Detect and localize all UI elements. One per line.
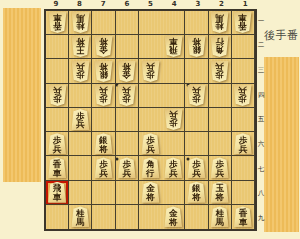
piece-sente-knight[interactable]: 桂馬 bbox=[210, 206, 229, 227]
piece-face: 歩兵 bbox=[164, 157, 183, 178]
square-29[interactable]: 桂馬 bbox=[209, 205, 232, 229]
piece-kanji-bottom: 将 bbox=[169, 218, 178, 227]
piece-kanji-bottom: 兵 bbox=[146, 145, 155, 154]
piece-face: 歩兵 bbox=[233, 85, 252, 106]
piece-kanji-bottom: 将 bbox=[192, 37, 201, 46]
piece-kanji-bottom: 馬 bbox=[215, 13, 224, 22]
gote-piece-stand[interactable] bbox=[3, 8, 41, 182]
piece-kanji-bottom: 兵 bbox=[53, 145, 62, 154]
square-75[interactable] bbox=[92, 108, 115, 132]
piece-kanji-top: 桂 bbox=[76, 22, 85, 31]
square-88[interactable] bbox=[69, 181, 92, 205]
piece-kanji-bottom: 兵 bbox=[123, 86, 132, 95]
sente-piece-stand[interactable] bbox=[264, 57, 299, 232]
square-51[interactable] bbox=[139, 11, 162, 35]
square-68[interactable] bbox=[116, 181, 139, 205]
piece-face: 歩兵 bbox=[233, 133, 252, 154]
piece-kanji-top: 飛 bbox=[169, 46, 178, 55]
piece-kanji-bottom: 将 bbox=[123, 61, 132, 70]
square-12[interactable] bbox=[232, 35, 255, 59]
square-62[interactable] bbox=[116, 35, 139, 59]
square-82[interactable]: 王将 bbox=[69, 35, 92, 59]
piece-face: 歩兵 bbox=[210, 61, 229, 82]
piece-face: 歩兵 bbox=[141, 133, 160, 154]
square-25[interactable] bbox=[209, 108, 232, 132]
piece-face: 歩兵 bbox=[117, 157, 136, 178]
square-89[interactable]: 桂馬 bbox=[69, 205, 92, 229]
piece-sente-pawn[interactable]: 歩兵 bbox=[94, 157, 113, 178]
square-76[interactable]: 銀将 bbox=[92, 132, 115, 156]
square-55[interactable] bbox=[139, 108, 162, 132]
piece-sente-pawn[interactable]: 歩兵 bbox=[164, 157, 183, 178]
square-93[interactable] bbox=[46, 59, 69, 83]
piece-gote-knight[interactable]: 桂馬 bbox=[71, 12, 90, 33]
piece-sente-lance[interactable]: 香車 bbox=[48, 157, 67, 178]
piece-face: 金将 bbox=[141, 182, 160, 203]
piece-face: 歩兵 bbox=[48, 133, 67, 154]
square-95[interactable] bbox=[46, 108, 69, 132]
piece-kanji-bottom: 馬 bbox=[215, 218, 224, 227]
piece-kanji-bottom: 車 bbox=[53, 193, 62, 202]
square-84[interactable] bbox=[69, 84, 92, 108]
square-19[interactable]: 香車 bbox=[232, 205, 255, 229]
piece-kanji-bottom: 車 bbox=[53, 169, 62, 178]
piece-sente-pawn[interactable]: 歩兵 bbox=[117, 157, 136, 178]
square-15[interactable] bbox=[232, 108, 255, 132]
piece-sente-knight[interactable]: 桂馬 bbox=[71, 206, 90, 227]
piece-gote-pawn[interactable]: 歩兵 bbox=[210, 61, 229, 82]
piece-face: 銀将 bbox=[187, 182, 206, 203]
rank-label-9: 九 bbox=[258, 206, 265, 231]
square-79[interactable] bbox=[92, 205, 115, 229]
piece-gote-pawn[interactable]: 歩兵 bbox=[187, 85, 206, 106]
piece-sente-rook[interactable]: 飛車 bbox=[48, 182, 67, 203]
square-35[interactable] bbox=[185, 108, 208, 132]
piece-kanji-bottom: 車 bbox=[239, 13, 248, 22]
square-32[interactable]: 銀将 bbox=[185, 35, 208, 59]
square-24[interactable] bbox=[209, 84, 232, 108]
piece-gote-lance[interactable]: 香車 bbox=[233, 12, 252, 33]
square-69[interactable] bbox=[116, 205, 139, 229]
square-97[interactable]: 香車 bbox=[46, 156, 69, 180]
square-45[interactable]: 歩兵 bbox=[162, 108, 185, 132]
square-58[interactable]: 金将 bbox=[139, 181, 162, 205]
square-57[interactable]: 角行 bbox=[139, 156, 162, 180]
piece-face: 角行 bbox=[210, 36, 229, 57]
square-33[interactable] bbox=[185, 59, 208, 83]
piece-kanji-bottom: 兵 bbox=[192, 86, 201, 95]
square-78[interactable] bbox=[92, 181, 115, 205]
rank-labels: 一二三四五六七八九 bbox=[258, 9, 265, 231]
piece-face: 歩兵 bbox=[94, 157, 113, 178]
piece-sente-silver[interactable]: 銀将 bbox=[187, 182, 206, 203]
piece-kanji-top: 桂 bbox=[215, 22, 224, 31]
piece-face: 金将 bbox=[164, 206, 183, 227]
rank-label-6: 六 bbox=[258, 132, 265, 157]
square-98[interactable]: 飛車 bbox=[46, 181, 69, 205]
square-64[interactable]: 歩兵 bbox=[116, 84, 139, 108]
piece-sente-pawn[interactable]: 歩兵 bbox=[141, 133, 160, 154]
piece-gote-pawn[interactable]: 歩兵 bbox=[117, 85, 136, 106]
piece-kanji-bottom: 兵 bbox=[99, 169, 108, 178]
piece-gote-rook[interactable]: 飛車 bbox=[164, 36, 183, 57]
piece-face: 桂馬 bbox=[71, 12, 90, 33]
file-label-7: 7 bbox=[91, 0, 115, 9]
square-26[interactable] bbox=[209, 132, 232, 156]
square-92[interactable] bbox=[46, 35, 69, 59]
piece-kanji-bottom: 兵 bbox=[239, 86, 248, 95]
square-66[interactable] bbox=[116, 132, 139, 156]
square-31[interactable] bbox=[185, 11, 208, 35]
piece-sente-silver[interactable]: 銀将 bbox=[94, 133, 113, 154]
piece-gote-pawn[interactable]: 歩兵 bbox=[233, 85, 252, 106]
rank-label-7: 七 bbox=[258, 157, 265, 182]
piece-sente-pawn[interactable]: 歩兵 bbox=[71, 109, 90, 130]
piece-face: 歩兵 bbox=[210, 157, 229, 178]
piece-sente-pawn[interactable]: 歩兵 bbox=[48, 133, 67, 154]
piece-kanji-bottom: 兵 bbox=[192, 169, 201, 178]
file-label-8: 8 bbox=[68, 0, 92, 9]
piece-gote-knight[interactable]: 桂馬 bbox=[210, 12, 229, 33]
piece-gote-silver[interactable]: 銀将 bbox=[94, 61, 113, 82]
square-28[interactable]: 玉将 bbox=[209, 181, 232, 205]
piece-sente-king[interactable]: 玉将 bbox=[210, 182, 229, 203]
piece-kanji-bottom: 将 bbox=[99, 145, 108, 154]
piece-face: 歩兵 bbox=[117, 85, 136, 106]
square-94[interactable]: 歩兵 bbox=[46, 84, 69, 108]
file-labels: 987654321 bbox=[44, 0, 257, 9]
file-label-3: 3 bbox=[186, 0, 210, 9]
piece-kanji-top: 歩 bbox=[99, 94, 108, 103]
rank-label-8: 八 bbox=[258, 182, 265, 207]
piece-face: 金将 bbox=[94, 36, 113, 57]
piece-face: 香車 bbox=[48, 12, 67, 33]
square-56[interactable]: 歩兵 bbox=[139, 132, 162, 156]
shogi-board: 香車桂馬桂馬香車王将金将飛車銀将角行歩兵銀将金将歩兵歩兵歩兵歩兵歩兵歩兵歩兵歩兵… bbox=[44, 9, 257, 231]
rank-label-4: 四 bbox=[258, 83, 265, 108]
square-18[interactable] bbox=[232, 181, 255, 205]
piece-gote-gold[interactable]: 金将 bbox=[94, 36, 113, 57]
piece-face: 香車 bbox=[233, 12, 252, 33]
piece-face: 歩兵 bbox=[48, 85, 67, 106]
file-label-6: 6 bbox=[115, 0, 139, 9]
piece-kanji-top: 香 bbox=[239, 22, 248, 31]
piece-kanji-bottom: 馬 bbox=[76, 13, 85, 22]
square-36[interactable] bbox=[185, 132, 208, 156]
piece-face: 歩兵 bbox=[187, 157, 206, 178]
square-61[interactable] bbox=[116, 11, 139, 35]
square-85[interactable]: 歩兵 bbox=[69, 108, 92, 132]
file-label-5: 5 bbox=[139, 0, 163, 9]
piece-face: 角行 bbox=[141, 157, 160, 178]
piece-sente-gold[interactable]: 金将 bbox=[164, 206, 183, 227]
piece-face: 歩兵 bbox=[141, 61, 160, 82]
square-39[interactable] bbox=[185, 205, 208, 229]
square-87[interactable] bbox=[69, 156, 92, 180]
rank-label-2: 二 bbox=[258, 34, 265, 59]
piece-kanji-bottom: 兵 bbox=[99, 86, 108, 95]
square-67[interactable]: 歩兵 bbox=[116, 156, 139, 180]
square-22[interactable]: 角行 bbox=[209, 35, 232, 59]
piece-gote-lance[interactable]: 香車 bbox=[48, 12, 67, 33]
square-65[interactable] bbox=[116, 108, 139, 132]
square-38[interactable]: 銀将 bbox=[185, 181, 208, 205]
square-81[interactable]: 桂馬 bbox=[69, 11, 92, 35]
piece-kanji-bottom: 将 bbox=[192, 193, 201, 202]
piece-face: 歩兵 bbox=[71, 109, 90, 130]
piece-gote-pawn[interactable]: 歩兵 bbox=[48, 85, 67, 106]
piece-face: 桂馬 bbox=[210, 12, 229, 33]
square-41[interactable] bbox=[162, 11, 185, 35]
square-49[interactable]: 金将 bbox=[162, 205, 185, 229]
piece-kanji-bottom: 兵 bbox=[76, 120, 85, 129]
piece-sente-gold[interactable]: 金将 bbox=[141, 182, 160, 203]
square-53[interactable]: 歩兵 bbox=[139, 59, 162, 83]
square-83[interactable]: 歩兵 bbox=[69, 59, 92, 83]
square-13[interactable] bbox=[232, 59, 255, 83]
square-63[interactable]: 金将 bbox=[116, 59, 139, 83]
piece-kanji-bottom: 行 bbox=[215, 37, 224, 46]
square-71[interactable] bbox=[92, 11, 115, 35]
piece-kanji-bottom: 馬 bbox=[76, 218, 85, 227]
piece-kanji-bottom: 兵 bbox=[169, 110, 178, 119]
piece-face: 銀将 bbox=[94, 133, 113, 154]
piece-face: 桂馬 bbox=[71, 206, 90, 227]
piece-kanji-bottom: 車 bbox=[239, 218, 248, 227]
rank-label-5: 五 bbox=[258, 108, 265, 133]
square-96[interactable]: 歩兵 bbox=[46, 132, 69, 156]
piece-face: 歩兵 bbox=[71, 61, 90, 82]
piece-kanji-bottom: 将 bbox=[99, 61, 108, 70]
piece-kanji-bottom: 行 bbox=[146, 169, 155, 178]
piece-kanji-bottom: 兵 bbox=[53, 86, 62, 95]
piece-kanji-bottom: 兵 bbox=[123, 169, 132, 178]
square-46[interactable] bbox=[162, 132, 185, 156]
piece-kanji-bottom: 将 bbox=[215, 193, 224, 202]
square-14[interactable]: 歩兵 bbox=[232, 84, 255, 108]
square-23[interactable]: 歩兵 bbox=[209, 59, 232, 83]
rank-label-3: 三 bbox=[258, 58, 265, 83]
piece-gote-pawn[interactable]: 歩兵 bbox=[71, 61, 90, 82]
piece-face: 歩兵 bbox=[187, 85, 206, 106]
piece-face: 香車 bbox=[48, 157, 67, 178]
square-74[interactable]: 歩兵 bbox=[92, 84, 115, 108]
piece-kanji-top: 王 bbox=[76, 46, 85, 55]
piece-face: 香車 bbox=[233, 206, 252, 227]
piece-kanji-top: 歩 bbox=[123, 94, 132, 103]
piece-gote-king[interactable]: 王将 bbox=[71, 36, 90, 57]
piece-kanji-bottom: 車 bbox=[169, 37, 178, 46]
square-11[interactable]: 香車 bbox=[232, 11, 255, 35]
piece-kanji-bottom: 兵 bbox=[239, 145, 248, 154]
square-43[interactable] bbox=[162, 59, 185, 83]
piece-kanji-bottom: 兵 bbox=[146, 61, 155, 70]
piece-face: 歩兵 bbox=[164, 109, 183, 130]
piece-kanji-bottom: 将 bbox=[76, 37, 85, 46]
piece-kanji-top: 歩 bbox=[239, 94, 248, 103]
piece-gote-pawn[interactable]: 歩兵 bbox=[141, 61, 160, 82]
piece-face: 飛車 bbox=[164, 36, 183, 57]
square-59[interactable] bbox=[139, 205, 162, 229]
square-77[interactable]: 歩兵 bbox=[92, 156, 115, 180]
file-label-2: 2 bbox=[210, 0, 234, 9]
piece-kanji-bottom: 兵 bbox=[215, 61, 224, 70]
piece-sente-lance[interactable]: 香車 bbox=[233, 206, 252, 227]
square-17[interactable] bbox=[232, 156, 255, 180]
piece-face: 桂馬 bbox=[210, 206, 229, 227]
square-37[interactable]: 歩兵 bbox=[185, 156, 208, 180]
piece-face: 飛車 bbox=[48, 182, 67, 203]
piece-face: 王将 bbox=[71, 36, 90, 57]
square-91[interactable]: 香車 bbox=[46, 11, 69, 35]
file-label-1: 1 bbox=[233, 0, 257, 9]
shogi-app: 後手番 987654321 一二三四五六七八九 香車桂馬桂馬香車王将金将飛車銀将… bbox=[0, 0, 300, 239]
piece-kanji-bottom: 兵 bbox=[76, 61, 85, 70]
piece-gote-gold[interactable]: 金将 bbox=[117, 61, 136, 82]
square-21[interactable]: 桂馬 bbox=[209, 11, 232, 35]
square-44[interactable] bbox=[162, 84, 185, 108]
square-52[interactable] bbox=[139, 35, 162, 59]
piece-face: 金将 bbox=[117, 61, 136, 82]
piece-gote-pawn[interactable]: 歩兵 bbox=[94, 85, 113, 106]
piece-sente-pawn[interactable]: 歩兵 bbox=[210, 157, 229, 178]
piece-kanji-top: 歩 bbox=[169, 119, 178, 128]
piece-kanji-bottom: 兵 bbox=[215, 169, 224, 178]
square-99[interactable] bbox=[46, 205, 69, 229]
square-54[interactable] bbox=[139, 84, 162, 108]
square-34[interactable]: 歩兵 bbox=[185, 84, 208, 108]
piece-kanji-top: 角 bbox=[215, 46, 224, 55]
square-47[interactable]: 歩兵 bbox=[162, 156, 185, 180]
square-48[interactable] bbox=[162, 181, 185, 205]
rank-label-1: 一 bbox=[258, 9, 265, 34]
piece-sente-pawn[interactable]: 歩兵 bbox=[187, 157, 206, 178]
piece-kanji-bottom: 将 bbox=[146, 193, 155, 202]
piece-gote-pawn[interactable]: 歩兵 bbox=[164, 109, 183, 130]
piece-sente-pawn[interactable]: 歩兵 bbox=[233, 133, 252, 154]
piece-kanji-bottom: 将 bbox=[99, 37, 108, 46]
square-27[interactable]: 歩兵 bbox=[209, 156, 232, 180]
piece-gote-bishop[interactable]: 角行 bbox=[210, 36, 229, 57]
piece-sente-bishop[interactable]: 角行 bbox=[141, 157, 160, 178]
file-label-4: 4 bbox=[162, 0, 186, 9]
square-16[interactable]: 歩兵 bbox=[232, 132, 255, 156]
piece-kanji-top: 歩 bbox=[192, 94, 201, 103]
piece-kanji-top: 歩 bbox=[53, 94, 62, 103]
piece-kanji-bottom: 車 bbox=[53, 13, 62, 22]
square-86[interactable] bbox=[69, 132, 92, 156]
piece-kanji-top: 銀 bbox=[192, 46, 201, 55]
piece-face: 歩兵 bbox=[94, 85, 113, 106]
piece-kanji-top: 金 bbox=[99, 46, 108, 55]
file-label-9: 9 bbox=[44, 0, 68, 9]
square-42[interactable]: 飛車 bbox=[162, 35, 185, 59]
square-73[interactable]: 銀将 bbox=[92, 59, 115, 83]
piece-kanji-bottom: 兵 bbox=[169, 169, 178, 178]
piece-face: 銀将 bbox=[187, 36, 206, 57]
piece-face: 玉将 bbox=[210, 182, 229, 203]
piece-kanji-top: 香 bbox=[53, 22, 62, 31]
square-72[interactable]: 金将 bbox=[92, 35, 115, 59]
piece-face: 銀将 bbox=[94, 61, 113, 82]
piece-gote-silver[interactable]: 銀将 bbox=[187, 36, 206, 57]
turn-indicator: 後手番 bbox=[264, 29, 300, 42]
